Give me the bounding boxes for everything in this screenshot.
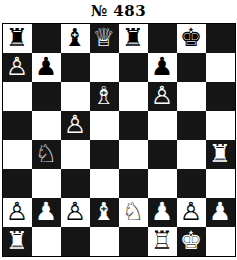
square-g5: [177, 111, 206, 140]
square-h5: [206, 111, 235, 140]
piece-white-pawn: ♙: [64, 198, 86, 226]
piece-black-pawn: ♙: [6, 53, 28, 81]
square-b7: ♟: [32, 53, 61, 82]
square-d8: ♕: [90, 24, 119, 53]
piece-black-pawn: ♟: [151, 53, 173, 81]
square-a5: [3, 111, 32, 140]
square-d1: [90, 227, 119, 256]
square-f6: ♙: [148, 82, 177, 111]
square-c6: [61, 82, 90, 111]
square-g1: ♚: [177, 227, 206, 256]
square-a3: [3, 169, 32, 198]
piece-black-queen: ♕: [93, 24, 115, 52]
square-f7: ♟: [148, 53, 177, 82]
square-h7: [206, 53, 235, 82]
square-d6: ♗: [90, 82, 119, 111]
puzzle-number-title: № 483: [0, 1, 237, 21]
square-b5: [32, 111, 61, 140]
square-d3: [90, 169, 119, 198]
square-f5: [148, 111, 177, 140]
square-e1: [119, 227, 148, 256]
square-b8: [32, 24, 61, 53]
square-h3: [206, 169, 235, 198]
square-e7: [119, 53, 148, 82]
square-e2: ♘: [119, 198, 148, 227]
square-h6: [206, 82, 235, 111]
square-g2: ♙: [177, 198, 206, 227]
square-h8: [206, 24, 235, 53]
square-a4: [3, 140, 32, 169]
square-d7: [90, 53, 119, 82]
square-h4: ♜: [206, 140, 235, 169]
piece-white-pawn: ♙: [6, 198, 28, 226]
square-d5: [90, 111, 119, 140]
square-a1: ♜: [3, 227, 32, 256]
square-c1: [61, 227, 90, 256]
piece-black-pawn: ♙: [151, 82, 173, 110]
piece-black-pawn: ♙: [64, 111, 86, 139]
piece-black-bishop: ♗: [93, 82, 115, 110]
square-a2: ♙: [3, 198, 32, 227]
square-g4: [177, 140, 206, 169]
square-f2: ♟: [148, 198, 177, 227]
square-c7: [61, 53, 90, 82]
square-e4: [119, 140, 148, 169]
square-b2: ♟: [32, 198, 61, 227]
square-a8: ♜: [3, 24, 32, 53]
piece-black-knight: ♘: [35, 140, 57, 168]
piece-white-bishop: ♝: [93, 198, 115, 226]
square-b6: [32, 82, 61, 111]
piece-black-pawn: ♟: [35, 53, 57, 81]
square-f1: ♖: [148, 227, 177, 256]
square-f3: [148, 169, 177, 198]
chess-board: ♜♝♕♜♚♙♟♟♗♙♙♘♜♙♟♙♝♘♟♙♟♜♖♚: [2, 23, 236, 257]
square-c4: [61, 140, 90, 169]
square-c5: ♙: [61, 111, 90, 140]
piece-white-knight: ♘: [122, 198, 144, 226]
piece-white-rook: ♜: [6, 227, 28, 255]
square-c2: ♙: [61, 198, 90, 227]
square-b3: [32, 169, 61, 198]
square-b4: ♘: [32, 140, 61, 169]
square-e8: ♜: [119, 24, 148, 53]
square-e5: [119, 111, 148, 140]
piece-white-king: ♚: [180, 227, 202, 255]
square-h2: ♟: [206, 198, 235, 227]
piece-black-rook: ♜: [6, 24, 28, 52]
square-c3: [61, 169, 90, 198]
square-d4: [90, 140, 119, 169]
puzzle-page: № 483 ♜♝♕♜♚♙♟♟♗♙♙♘♜♙♟♙♝♘♟♙♟♜♖♚: [0, 1, 237, 260]
piece-white-pawn: ♟: [35, 198, 57, 226]
piece-white-pawn: ♟: [151, 198, 173, 226]
piece-white-pawn: ♙: [180, 198, 202, 226]
square-a6: [3, 82, 32, 111]
piece-white-pawn: ♟: [209, 198, 231, 226]
square-f8: [148, 24, 177, 53]
piece-black-rook: ♜: [122, 24, 144, 52]
square-f4: [148, 140, 177, 169]
piece-black-king: ♚: [180, 24, 202, 52]
square-b1: [32, 227, 61, 256]
square-d2: ♝: [90, 198, 119, 227]
square-e3: [119, 169, 148, 198]
square-g8: ♚: [177, 24, 206, 53]
square-e6: [119, 82, 148, 111]
square-g7: [177, 53, 206, 82]
square-g3: [177, 169, 206, 198]
square-a7: ♙: [3, 53, 32, 82]
square-h1: [206, 227, 235, 256]
piece-white-rook: ♜: [209, 140, 231, 168]
square-c8: ♝: [61, 24, 90, 53]
piece-white-rook: ♖: [151, 227, 173, 255]
square-g6: [177, 82, 206, 111]
piece-black-bishop: ♝: [64, 24, 86, 52]
